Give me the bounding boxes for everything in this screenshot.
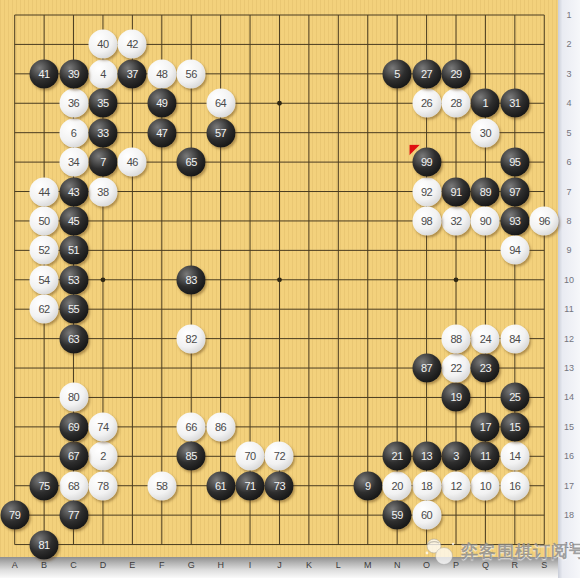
stone-black-59: 59: [383, 501, 412, 530]
column-label-L: L: [336, 560, 341, 570]
row-label-10: 10: [558, 275, 580, 285]
stone-number: 90: [480, 215, 491, 226]
stone-white-96: 96: [530, 206, 559, 235]
stone-black-57: 57: [206, 118, 235, 147]
stone-number: 80: [68, 392, 79, 403]
stone-number: 50: [38, 215, 49, 226]
row-label-16: 16: [558, 451, 580, 461]
stone-black-73: 73: [265, 471, 294, 500]
stone-white-54: 54: [30, 265, 59, 294]
stone-white-16: 16: [500, 471, 529, 500]
stone-number: 3: [453, 451, 459, 462]
stone-number: 59: [392, 510, 403, 521]
stone-black-85: 85: [177, 442, 206, 471]
stone-number: 54: [38, 274, 49, 285]
column-label-A: A: [12, 560, 18, 570]
column-label-I: I: [249, 560, 252, 570]
stone-white-50: 50: [30, 206, 59, 235]
stone-white-42: 42: [118, 30, 147, 59]
stone-number: 69: [68, 421, 79, 432]
stone-number: 75: [38, 480, 49, 491]
stone-number: 60: [421, 510, 432, 521]
row-label-1: 1: [558, 10, 580, 20]
stone-number: 47: [156, 127, 167, 138]
stone-white-90: 90: [471, 206, 500, 235]
stone-number: 68: [68, 480, 79, 491]
stone-number: 85: [186, 451, 197, 462]
stone-white-56: 56: [177, 59, 206, 88]
stone-number: 9: [365, 480, 371, 491]
stone-number: 82: [186, 333, 197, 344]
stone-number: 1: [483, 98, 489, 109]
stone-number: 62: [38, 304, 49, 315]
star-point: [101, 277, 106, 282]
stone-black-77: 77: [59, 501, 88, 530]
stone-number: 99: [421, 157, 432, 168]
stone-number: 73: [274, 480, 285, 491]
stone-black-81: 81: [30, 530, 59, 559]
stone-white-94: 94: [500, 236, 529, 265]
stone-number: 28: [450, 98, 461, 109]
stone-number: 45: [68, 215, 79, 226]
stone-number: 53: [68, 274, 79, 285]
row-label-8: 8: [558, 216, 580, 226]
stone-number: 86: [215, 421, 226, 432]
stone-black-37: 37: [118, 59, 147, 88]
stone-number: 35: [97, 98, 108, 109]
stone-number: 49: [156, 98, 167, 109]
stone-black-89: 89: [471, 177, 500, 206]
stone-black-51: 51: [59, 236, 88, 265]
stone-number: 94: [509, 245, 520, 256]
stone-number: 36: [68, 98, 79, 109]
stone-number: 64: [215, 98, 226, 109]
row-label-13: 13: [558, 363, 580, 373]
stone-number: 98: [421, 215, 432, 226]
stone-black-69: 69: [59, 412, 88, 441]
stone-number: 11: [480, 451, 490, 462]
stone-black-7: 7: [88, 148, 117, 177]
stone-number: 13: [421, 451, 432, 462]
stone-number: 81: [38, 539, 49, 550]
stone-white-52: 52: [30, 236, 59, 265]
stone-black-31: 31: [500, 89, 529, 118]
stone-number: 37: [127, 68, 138, 79]
stone-black-65: 65: [177, 148, 206, 177]
stone-black-83: 83: [177, 265, 206, 294]
stone-black-9: 9: [353, 471, 382, 500]
stone-black-17: 17: [471, 412, 500, 441]
stone-black-25: 25: [500, 383, 529, 412]
stone-black-15: 15: [500, 412, 529, 441]
stone-white-28: 28: [442, 89, 471, 118]
row-label-14: 14: [558, 392, 580, 402]
stone-black-13: 13: [412, 442, 441, 471]
stone-number: 44: [38, 186, 49, 197]
stone-white-6: 6: [59, 118, 88, 147]
stone-number: 87: [421, 363, 432, 374]
stone-number: 4: [100, 68, 106, 79]
stone-white-4: 4: [88, 59, 117, 88]
stone-white-14: 14: [500, 442, 529, 471]
stone-white-86: 86: [206, 412, 235, 441]
row-label-5: 5: [558, 128, 580, 138]
stone-number: 51: [68, 245, 79, 256]
stone-number: 31: [509, 98, 520, 109]
stone-number: 38: [97, 186, 108, 197]
stone-number: 78: [97, 480, 108, 491]
stone-number: 61: [215, 480, 226, 491]
stone-number: 97: [509, 186, 520, 197]
stone-white-38: 38: [88, 177, 117, 206]
stone-white-98: 98: [412, 206, 441, 235]
row-label-3: 3: [558, 69, 580, 79]
stone-black-95: 95: [500, 148, 529, 177]
stone-white-74: 74: [88, 412, 117, 441]
stone-black-5: 5: [383, 59, 412, 88]
stone-white-80: 80: [59, 383, 88, 412]
stone-black-61: 61: [206, 471, 235, 500]
stone-number: 93: [509, 215, 520, 226]
stone-number: 57: [215, 127, 226, 138]
stone-black-63: 63: [59, 324, 88, 353]
column-label-F: F: [159, 560, 165, 570]
stone-number: 41: [38, 68, 49, 79]
stone-white-72: 72: [265, 442, 294, 471]
stone-white-88: 88: [442, 324, 471, 353]
stone-number: 30: [480, 127, 491, 138]
stone-number: 42: [127, 39, 138, 50]
stone-white-66: 66: [177, 412, 206, 441]
column-label-D: D: [100, 560, 107, 570]
stone-black-99: 99: [412, 148, 441, 177]
stone-white-64: 64: [206, 89, 235, 118]
column-label-J: J: [277, 560, 282, 570]
stone-number: 92: [421, 186, 432, 197]
watermark-text: 弈客围棋订阅号: [461, 540, 580, 563]
stone-number: 20: [392, 480, 403, 491]
watermark: 弈客围棋订阅号: [423, 535, 580, 567]
stone-white-24: 24: [471, 324, 500, 353]
stone-black-47: 47: [147, 118, 176, 147]
column-label-G: G: [188, 560, 195, 570]
stone-number: 58: [156, 480, 167, 491]
stone-number: 25: [509, 392, 520, 403]
stone-number: 40: [97, 39, 108, 50]
stone-black-19: 19: [442, 383, 471, 412]
stone-white-58: 58: [147, 471, 176, 500]
stone-number: 79: [9, 510, 20, 521]
row-label-18: 18: [558, 510, 580, 520]
stone-number: 65: [186, 157, 197, 168]
stone-number: 56: [186, 68, 197, 79]
stone-black-87: 87: [412, 354, 441, 383]
stone-number: 55: [68, 304, 79, 315]
stone-white-78: 78: [88, 471, 117, 500]
stone-number: 12: [450, 480, 461, 491]
stone-number: 24: [480, 333, 491, 344]
stone-number: 74: [97, 421, 108, 432]
stone-white-48: 48: [147, 59, 176, 88]
stone-number: 83: [186, 274, 197, 285]
stone-black-55: 55: [59, 295, 88, 324]
stone-number: 15: [509, 421, 520, 432]
stone-black-93: 93: [500, 206, 529, 235]
stone-number: 46: [127, 157, 138, 168]
stone-black-29: 29: [442, 59, 471, 88]
stone-number: 66: [186, 421, 197, 432]
stone-black-79: 79: [0, 501, 29, 530]
stone-white-92: 92: [412, 177, 441, 206]
row-label-7: 7: [558, 187, 580, 197]
row-label-9: 9: [558, 245, 580, 255]
stone-number: 48: [156, 68, 167, 79]
stone-number: 10: [480, 480, 491, 491]
stone-number: 39: [68, 68, 79, 79]
star-point: [277, 277, 282, 282]
stone-number: 6: [71, 127, 77, 138]
column-label-N: N: [394, 560, 401, 570]
stone-number: 33: [97, 127, 108, 138]
stone-number: 17: [480, 421, 491, 432]
stone-white-70: 70: [236, 442, 265, 471]
watermark-logo: [423, 536, 457, 566]
stone-number: 22: [450, 363, 461, 374]
stone-black-23: 23: [471, 354, 500, 383]
stone-black-43: 43: [59, 177, 88, 206]
stone-number: 77: [68, 510, 79, 521]
stone-black-71: 71: [236, 471, 265, 500]
column-label-C: C: [70, 560, 77, 570]
stone-number: 84: [509, 333, 520, 344]
stone-white-68: 68: [59, 471, 88, 500]
column-label-K: K: [306, 560, 312, 570]
stone-black-27: 27: [412, 59, 441, 88]
stone-black-11: 11: [471, 442, 500, 471]
last-move-marker: [409, 145, 420, 156]
stone-number: 34: [68, 157, 79, 168]
stone-white-2: 2: [88, 442, 117, 471]
stone-black-91: 91: [442, 177, 471, 206]
stone-number: 89: [480, 186, 491, 197]
stone-black-97: 97: [500, 177, 529, 206]
stone-number: 67: [68, 451, 79, 462]
stone-white-10: 10: [471, 471, 500, 500]
stone-black-39: 39: [59, 59, 88, 88]
stone-white-32: 32: [442, 206, 471, 235]
stone-white-44: 44: [30, 177, 59, 206]
stone-white-62: 62: [30, 295, 59, 324]
stone-black-49: 49: [147, 89, 176, 118]
stone-white-84: 84: [500, 324, 529, 353]
row-label-15: 15: [558, 422, 580, 432]
stone-white-20: 20: [383, 471, 412, 500]
stone-black-45: 45: [59, 206, 88, 235]
stone-white-18: 18: [412, 471, 441, 500]
stone-number: 91: [450, 186, 461, 197]
stone-black-67: 67: [59, 442, 88, 471]
stone-black-3: 3: [442, 442, 471, 471]
stone-number: 70: [244, 451, 255, 462]
row-label-4: 4: [558, 98, 580, 108]
stone-white-36: 36: [59, 89, 88, 118]
column-label-E: E: [129, 560, 135, 570]
column-label-H: H: [217, 560, 224, 570]
stone-white-22: 22: [442, 354, 471, 383]
stone-white-34: 34: [59, 148, 88, 177]
stone-number: 16: [509, 480, 520, 491]
stone-black-53: 53: [59, 265, 88, 294]
star-point: [277, 101, 282, 106]
stone-white-40: 40: [88, 30, 117, 59]
row-label-2: 2: [558, 39, 580, 49]
star-point: [454, 277, 459, 282]
stone-number: 32: [450, 215, 461, 226]
stone-black-21: 21: [383, 442, 412, 471]
stone-white-12: 12: [442, 471, 471, 500]
stone-black-75: 75: [30, 471, 59, 500]
stone-number: 18: [421, 480, 432, 491]
stone-white-30: 30: [471, 118, 500, 147]
stone-number: 63: [68, 333, 79, 344]
row-label-17: 17: [558, 481, 580, 491]
stone-number: 23: [480, 363, 491, 374]
stone-number: 27: [421, 68, 432, 79]
stone-black-1: 1: [471, 89, 500, 118]
stone-number: 5: [394, 68, 400, 79]
stone-white-46: 46: [118, 148, 147, 177]
stone-number: 7: [100, 157, 106, 168]
stone-black-41: 41: [30, 59, 59, 88]
stone-number: 26: [421, 98, 432, 109]
row-label-6: 6: [558, 157, 580, 167]
stone-number: 88: [450, 333, 461, 344]
stone-number: 95: [509, 157, 520, 168]
stone-number: 29: [450, 68, 461, 79]
row-labels: 12345678910111213141516171819: [558, 0, 580, 578]
stone-number: 71: [244, 480, 255, 491]
stone-number: 72: [274, 451, 285, 462]
stone-number: 52: [38, 245, 49, 256]
stone-black-33: 33: [88, 118, 117, 147]
stone-white-82: 82: [177, 324, 206, 353]
stone-number: 19: [450, 392, 461, 403]
go-board: 1234567910111213141516171819202122232425…: [0, 0, 558, 557]
row-label-12: 12: [558, 334, 580, 344]
stone-black-35: 35: [88, 89, 117, 118]
go-diagram: 1234567910111213141516171819202122232425…: [0, 0, 580, 578]
column-label-B: B: [41, 560, 47, 570]
row-label-11: 11: [558, 304, 580, 314]
column-label-M: M: [364, 560, 372, 570]
stone-number: 14: [509, 451, 520, 462]
stone-number: 2: [100, 451, 106, 462]
stone-number: 96: [539, 215, 550, 226]
stone-number: 43: [68, 186, 79, 197]
stone-white-26: 26: [412, 89, 441, 118]
stone-number: 21: [392, 451, 403, 462]
stone-white-60: 60: [412, 501, 441, 530]
